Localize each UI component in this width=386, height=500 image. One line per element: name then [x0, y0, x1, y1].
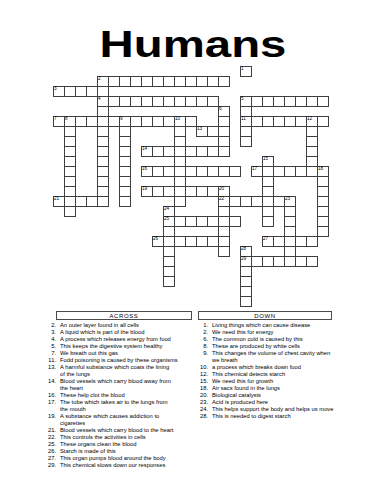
clue-item: 6.The common cold is caused by this [192, 336, 374, 343]
clue-text: We need this for growth [212, 378, 374, 385]
clue-number: 18. [192, 385, 212, 392]
cell-number: 28 [240, 246, 246, 251]
down-header-label: DOWN [254, 313, 275, 319]
clue-number: 6. [192, 336, 212, 343]
clue-text: These are produced by white cells [212, 343, 374, 350]
clue-number: 7. [40, 350, 60, 357]
clue-text: This organ pumps blood around the body [60, 455, 200, 462]
clue-number: 20. [192, 392, 212, 399]
cell-number: 5 [240, 96, 244, 101]
clue-item: 3.A liquid which is part of the blood [40, 329, 200, 336]
clue-item: 29.This chemical slows down our response… [40, 462, 200, 469]
clue-text: This helps support the body and helps us… [212, 406, 374, 413]
grid-cell[interactable] [317, 226, 329, 237]
cell-number: 29 [240, 256, 246, 261]
clue-text: Fodd poisoning is caused by these organi… [60, 357, 200, 364]
cell-number: 19 [141, 186, 147, 191]
cell-number: 9 [119, 116, 123, 121]
cell-number: 2 [97, 76, 101, 81]
clue-number: 9. [192, 350, 212, 357]
cell-number: 6 [218, 106, 222, 111]
cell-number: 16 [141, 166, 147, 171]
clue-item: 25.These organs clean the blood [40, 441, 200, 448]
clue-item: 20.Biological catalysts [192, 392, 374, 399]
clue-item: 15.We need this for growth [192, 378, 374, 385]
down-header: DOWN [198, 311, 332, 320]
cell-number: 10 [174, 116, 180, 121]
clue-text: This changes the volume of chest cavity … [212, 350, 374, 364]
grid-cell[interactable] [317, 96, 329, 107]
clue-text: Air sacs found in the lungs [212, 385, 374, 392]
clue-text: A substance which causes addiction to ci… [60, 413, 200, 427]
cell-number: 24 [163, 206, 169, 211]
clue-item: 12.This chemical detects starch [192, 371, 374, 378]
clue-text: Living things which can cause disease [212, 322, 374, 329]
clue-item: 14.Blood vessels which carry blood away … [40, 378, 200, 392]
cell-number: 3 [53, 86, 57, 91]
clue-text: This chemical detects starch [212, 371, 374, 378]
clue-text: These help clot the blood [60, 392, 200, 399]
clue-number: 11. [40, 357, 60, 364]
clue-number: 12. [192, 371, 212, 378]
clue-number: 17. [40, 399, 60, 406]
clue-text: A process which releases energy from foo… [60, 336, 200, 343]
clue-item: 18.Air sacs found in the lungs [192, 385, 374, 392]
across-header: ACROSS [56, 311, 192, 320]
cell-number: 22 [218, 196, 224, 201]
clue-item: 4.A process which releases energy from f… [40, 336, 200, 343]
cell-number: 18 [317, 166, 323, 171]
grid-cell[interactable] [229, 166, 241, 177]
clue-item: 2.An outer layer found in all cells [40, 322, 200, 329]
clue-text: A liquid which is part of the blood [60, 329, 200, 336]
cell-number: 20 [218, 186, 224, 191]
clue-number: 2. [40, 322, 60, 329]
clue-number: 23. [192, 399, 212, 406]
cell-number: 11 [240, 116, 246, 121]
clue-number: 13. [40, 364, 60, 371]
clue-number: 4. [40, 336, 60, 343]
clue-item: 26.Starch is made of this [40, 448, 200, 455]
clue-text: The tube which takes air to the lungs fr… [60, 399, 200, 413]
cell-number: 17 [251, 166, 257, 171]
clue-number: 5. [40, 343, 60, 350]
cell-number: 12 [306, 116, 312, 121]
clue-item: 24.This helps support the body and helps… [192, 406, 374, 413]
clue-text: Starch is made of this [60, 448, 200, 455]
clue-item: 27.This organ pumps blood around the bod… [40, 455, 200, 462]
clue-item: 16.These help clot the blood [40, 392, 200, 399]
clue-item: 2.We need this for energy [192, 329, 374, 336]
grid-cell[interactable] [218, 76, 230, 87]
cell-number: 1 [240, 66, 244, 71]
across-header-label: ACROSS [110, 313, 139, 319]
clue-number: 24. [192, 406, 212, 413]
clue-item: 13.A harmful substance which coats the l… [40, 364, 200, 378]
grid-cell[interactable] [119, 196, 131, 207]
clue-number: 2. [192, 329, 212, 336]
clue-number: 19. [40, 413, 60, 420]
clue-text: This is needed to digest starch [212, 413, 374, 420]
grid-cell[interactable] [317, 116, 329, 127]
clue-text: A harmful substance which coats the lini… [60, 364, 200, 378]
clue-text: Blood vessels which carry blood to the h… [60, 427, 200, 434]
clue-text: Biological catalysts [212, 392, 374, 399]
clue-item: 1.Living things which can cause disease [192, 322, 374, 329]
cell-number: 23 [284, 196, 290, 201]
clue-item: 7.We breath out this gas [40, 350, 200, 357]
puzzle-title: Humans [0, 24, 386, 66]
clue-text: An outer layer found in all cells [60, 322, 200, 329]
clue-number: 27. [40, 455, 60, 462]
cell-number: 13 [196, 126, 202, 131]
clue-text: We breath out this gas [60, 350, 200, 357]
clue-number: 22. [40, 434, 60, 441]
grid-cell[interactable] [64, 206, 76, 217]
clue-item: 5.This keeps the digestive system health… [40, 343, 200, 350]
across-clue-list: 2.An outer layer found in all cells3.A l… [40, 322, 200, 469]
clue-number: 10. [192, 364, 212, 371]
grid-cell[interactable] [174, 196, 186, 207]
clue-number: 14. [40, 378, 60, 385]
clue-number: 3. [40, 329, 60, 336]
clue-text: Blood vessels which carry blood away fro… [60, 378, 200, 392]
clue-text: This keeps the digestive system healthy [60, 343, 200, 350]
clue-text: This chemical slows down our responses [60, 462, 200, 469]
clue-text: This controls the activities in cells [60, 434, 200, 441]
clue-text: Acid is produced here [212, 399, 374, 406]
cell-number: 4 [97, 96, 101, 101]
clue-item: 9.This changes the volume of chest cavit… [192, 350, 374, 364]
clue-text: a process which breaks down food [212, 364, 374, 371]
cell-number: 21 [53, 196, 59, 201]
grid-cell[interactable] [229, 216, 241, 227]
grid-cell[interactable] [262, 216, 274, 227]
grid-cell[interactable] [240, 136, 252, 147]
clue-number: 15. [192, 378, 212, 385]
cell-number: 8 [64, 116, 68, 121]
grid-cell[interactable] [218, 246, 230, 257]
clue-number: 8. [192, 343, 212, 350]
clue-number: 28. [192, 413, 212, 420]
down-clue-list: 1.Living things which can cause disease2… [192, 322, 374, 420]
clue-item: 17.The tube which takes air to the lungs… [40, 399, 200, 413]
clue-text: The common cold is caused by this [212, 336, 374, 343]
clue-item: 19.A substance which causes addiction to… [40, 413, 200, 427]
grid-cell[interactable] [306, 236, 318, 247]
clue-item: 11.Fodd poisoning is caused by these org… [40, 357, 200, 364]
grid-cell[interactable] [97, 196, 109, 207]
clue-number: 1. [192, 322, 212, 329]
clue-item: 22.This controls the activities in cells [40, 434, 200, 441]
clue-number: 16. [40, 392, 60, 399]
grid-cell[interactable] [218, 146, 230, 157]
clue-number: 21. [40, 427, 60, 434]
clue-item: 23.Acid is produced here [192, 399, 374, 406]
cell-number: 7 [53, 116, 57, 121]
grid-cell[interactable] [306, 256, 318, 267]
clue-text: These organs clean the blood [60, 441, 200, 448]
cell-number: 26 [152, 236, 158, 241]
grid-cell[interactable] [163, 276, 175, 287]
clue-text: We need this for energy [212, 329, 374, 336]
clue-item: 10.a process which breaks down food [192, 364, 374, 371]
clue-item: 8.These are produced by white cells [192, 343, 374, 350]
grid-cell[interactable] [240, 296, 252, 307]
clue-number: 25. [40, 441, 60, 448]
cell-number: 25 [163, 216, 169, 221]
cell-number: 27 [262, 236, 268, 241]
cell-number: 14 [141, 146, 147, 151]
clue-number: 26. [40, 448, 60, 455]
cell-number: 15 [262, 156, 268, 161]
clue-item: 21.Blood vessels which carry blood to th… [40, 427, 200, 434]
clue-number: 29. [40, 462, 60, 469]
clue-item: 28.This is needed to digest starch [192, 413, 374, 420]
